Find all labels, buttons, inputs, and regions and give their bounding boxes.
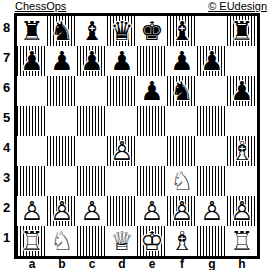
black-pawn-piece: ♟ bbox=[107, 46, 137, 76]
square-e3[interactable] bbox=[137, 166, 167, 196]
app-title: ChessOps bbox=[15, 0, 66, 12]
square-f3[interactable]: ♞♘ bbox=[167, 166, 197, 196]
square-d5[interactable] bbox=[107, 106, 137, 136]
square-e2[interactable]: ♟♙ bbox=[137, 196, 167, 226]
file-label-c: c bbox=[77, 259, 107, 270]
white-rook-piece: ♖ bbox=[227, 226, 257, 256]
white-pawn-piece: ♙ bbox=[107, 136, 137, 166]
square-d2[interactable] bbox=[107, 196, 137, 226]
square-g7[interactable]: ♟ bbox=[197, 46, 227, 76]
square-h5[interactable] bbox=[227, 106, 257, 136]
rank-label-8: 8 bbox=[0, 13, 13, 43]
square-c3[interactable] bbox=[77, 166, 107, 196]
black-pawn-piece: ♟ bbox=[227, 76, 257, 106]
square-a6[interactable] bbox=[17, 76, 47, 106]
square-c2[interactable]: ♟♙ bbox=[77, 196, 107, 226]
square-d7[interactable]: ♟ bbox=[107, 46, 137, 76]
square-f4[interactable] bbox=[167, 136, 197, 166]
square-h4[interactable]: ♝♗ bbox=[227, 136, 257, 166]
rank-label-1: 1 bbox=[0, 223, 13, 253]
square-c1[interactable] bbox=[77, 226, 107, 256]
black-knight-piece: ♞ bbox=[47, 16, 77, 46]
square-b5[interactable] bbox=[47, 106, 77, 136]
square-e5[interactable] bbox=[137, 106, 167, 136]
black-bishop-piece: ♝ bbox=[167, 16, 197, 46]
white-knight-piece: ♘ bbox=[167, 166, 197, 196]
square-f5[interactable] bbox=[167, 106, 197, 136]
rank-labels: 87654321 bbox=[0, 13, 13, 253]
white-pawn-piece: ♙ bbox=[17, 196, 47, 226]
square-c4[interactable] bbox=[77, 136, 107, 166]
square-c7[interactable]: ♟ bbox=[77, 46, 107, 76]
file-label-b: b bbox=[47, 259, 77, 270]
square-b7[interactable]: ♟ bbox=[47, 46, 77, 76]
black-queen-piece: ♛ bbox=[107, 16, 137, 46]
white-queen-piece-fill: ♛ bbox=[107, 226, 137, 256]
square-g8[interactable] bbox=[197, 16, 227, 46]
file-label-a: a bbox=[17, 259, 47, 270]
chess-board: ♜♞♝♛♚♝♜♟♟♟♟♟♟♟♞♟♟♙♝♗♞♘♟♙♟♙♟♙♟♙♟♙♟♙♟♙♜♖♞♘… bbox=[14, 13, 260, 259]
white-rook-piece-fill: ♜ bbox=[227, 226, 257, 256]
black-knight-piece: ♞ bbox=[167, 76, 197, 106]
square-a3[interactable] bbox=[17, 166, 47, 196]
black-pawn-piece: ♟ bbox=[197, 46, 227, 76]
white-knight-piece: ♘ bbox=[47, 226, 77, 256]
white-pawn-piece: ♙ bbox=[47, 196, 77, 226]
black-pawn-piece: ♟ bbox=[167, 46, 197, 76]
file-label-h: h bbox=[227, 259, 257, 270]
file-label-d: d bbox=[107, 259, 137, 270]
square-d3[interactable] bbox=[107, 166, 137, 196]
square-c6[interactable] bbox=[77, 76, 107, 106]
file-label-e: e bbox=[137, 259, 167, 270]
white-pawn-piece: ♙ bbox=[167, 196, 197, 226]
square-f7[interactable]: ♟ bbox=[167, 46, 197, 76]
square-d4[interactable]: ♟♙ bbox=[107, 136, 137, 166]
white-pawn-piece-fill: ♟ bbox=[107, 136, 137, 166]
file-labels: abcdefgh bbox=[17, 259, 257, 270]
square-f8[interactable]: ♝ bbox=[167, 16, 197, 46]
square-d8[interactable]: ♛ bbox=[107, 16, 137, 46]
square-d6[interactable] bbox=[107, 76, 137, 106]
white-pawn-piece: ♙ bbox=[197, 196, 227, 226]
white-pawn-piece-fill: ♟ bbox=[17, 196, 47, 226]
square-e4[interactable] bbox=[137, 136, 167, 166]
white-queen-piece: ♕ bbox=[107, 226, 137, 256]
square-b3[interactable] bbox=[47, 166, 77, 196]
white-pawn-piece-fill: ♟ bbox=[47, 196, 77, 226]
square-b6[interactable] bbox=[47, 76, 77, 106]
black-king-piece: ♚ bbox=[137, 16, 167, 46]
white-pawn-piece: ♙ bbox=[77, 196, 107, 226]
square-e6[interactable]: ♟ bbox=[137, 76, 167, 106]
square-h3[interactable] bbox=[227, 166, 257, 196]
white-knight-piece-fill: ♞ bbox=[167, 166, 197, 196]
square-g1[interactable] bbox=[197, 226, 227, 256]
square-h7[interactable] bbox=[227, 46, 257, 76]
white-bishop-piece: ♗ bbox=[227, 136, 257, 166]
black-bishop-piece: ♝ bbox=[77, 16, 107, 46]
chessops-diagram: ChessOps © EUdesign 87654321 ♜♞♝♛♚♝♜♟♟♟♟… bbox=[0, 0, 270, 270]
square-e8[interactable]: ♚ bbox=[137, 16, 167, 46]
white-pawn-piece-fill: ♟ bbox=[77, 196, 107, 226]
white-king-piece-fill: ♚ bbox=[137, 226, 167, 256]
square-b8[interactable]: ♞ bbox=[47, 16, 77, 46]
square-h8[interactable]: ♜ bbox=[227, 16, 257, 46]
square-b2[interactable]: ♟♙ bbox=[47, 196, 77, 226]
black-pawn-piece: ♟ bbox=[47, 46, 77, 76]
rank-label-7: 7 bbox=[0, 43, 13, 73]
white-knight-piece-fill: ♞ bbox=[47, 226, 77, 256]
file-label-f: f bbox=[167, 259, 197, 270]
square-c8[interactable]: ♝ bbox=[77, 16, 107, 46]
black-pawn-piece: ♟ bbox=[77, 46, 107, 76]
square-h1[interactable]: ♜♖ bbox=[227, 226, 257, 256]
rank-label-4: 4 bbox=[0, 133, 13, 163]
square-f1[interactable]: ♝♗ bbox=[167, 226, 197, 256]
square-e1[interactable]: ♚♔ bbox=[137, 226, 167, 256]
square-a5[interactable] bbox=[17, 106, 47, 136]
white-pawn-piece: ♙ bbox=[137, 196, 167, 226]
white-pawn-piece: ♙ bbox=[227, 196, 257, 226]
square-g4[interactable] bbox=[197, 136, 227, 166]
square-g6[interactable] bbox=[197, 76, 227, 106]
file-label-g: g bbox=[197, 259, 227, 270]
square-g5[interactable] bbox=[197, 106, 227, 136]
square-f2[interactable]: ♟♙ bbox=[167, 196, 197, 226]
white-bishop-piece-fill: ♝ bbox=[227, 136, 257, 166]
square-a1[interactable]: ♜♖ bbox=[17, 226, 47, 256]
square-g3[interactable] bbox=[197, 166, 227, 196]
white-pawn-piece-fill: ♟ bbox=[137, 196, 167, 226]
square-f6[interactable]: ♞ bbox=[167, 76, 197, 106]
square-e7[interactable] bbox=[137, 46, 167, 76]
white-pawn-piece-fill: ♟ bbox=[167, 196, 197, 226]
white-rook-piece: ♖ bbox=[17, 226, 47, 256]
square-a4[interactable] bbox=[17, 136, 47, 166]
black-pawn-piece: ♟ bbox=[17, 46, 47, 76]
square-a8[interactable]: ♜ bbox=[17, 16, 47, 46]
white-bishop-piece-fill: ♝ bbox=[167, 226, 197, 256]
rank-label-3: 3 bbox=[0, 163, 13, 193]
square-a2[interactable]: ♟♙ bbox=[17, 196, 47, 226]
rank-label-6: 6 bbox=[0, 73, 13, 103]
white-rook-piece-fill: ♜ bbox=[17, 226, 47, 256]
rank-label-5: 5 bbox=[0, 103, 13, 133]
white-bishop-piece: ♗ bbox=[167, 226, 197, 256]
square-g2[interactable]: ♟♙ bbox=[197, 196, 227, 226]
square-h2[interactable]: ♟♙ bbox=[227, 196, 257, 226]
black-rook-piece: ♜ bbox=[227, 16, 257, 46]
square-b4[interactable] bbox=[47, 136, 77, 166]
white-king-piece: ♔ bbox=[137, 226, 167, 256]
square-h6[interactable]: ♟ bbox=[227, 76, 257, 106]
black-pawn-piece: ♟ bbox=[137, 76, 167, 106]
square-c5[interactable] bbox=[77, 106, 107, 136]
white-pawn-piece-fill: ♟ bbox=[227, 196, 257, 226]
black-rook-piece: ♜ bbox=[17, 16, 47, 46]
white-pawn-piece-fill: ♟ bbox=[197, 196, 227, 226]
rank-label-2: 2 bbox=[0, 193, 13, 223]
credit-text: © EUdesign bbox=[208, 0, 267, 12]
square-d1[interactable]: ♛♕ bbox=[107, 226, 137, 256]
header: ChessOps © EUdesign bbox=[15, 0, 267, 13]
square-b1[interactable]: ♞♘ bbox=[47, 226, 77, 256]
square-a7[interactable]: ♟ bbox=[17, 46, 47, 76]
